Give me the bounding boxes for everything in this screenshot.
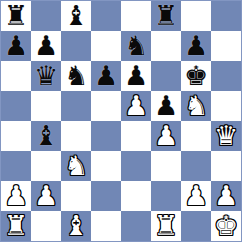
square-h3[interactable] — [211, 151, 241, 181]
square-b7[interactable]: ♟ — [31, 31, 61, 61]
white-pawn: ♟ — [214, 181, 238, 211]
black-pawn: ♟ — [34, 31, 58, 61]
square-d6[interactable]: ♟ — [91, 61, 121, 91]
white-pawn: ♟ — [34, 181, 58, 211]
square-b8[interactable] — [31, 1, 61, 31]
square-a3[interactable] — [1, 151, 31, 181]
white-king: ♚ — [214, 211, 238, 241]
white-pawn: ♟ — [154, 121, 178, 151]
square-e4[interactable] — [121, 121, 151, 151]
square-c1[interactable]: ♝ — [61, 211, 91, 241]
square-h2[interactable]: ♟ — [211, 181, 241, 211]
square-g3[interactable] — [181, 151, 211, 181]
square-d7[interactable] — [91, 31, 121, 61]
square-b5[interactable] — [31, 91, 61, 121]
square-e8[interactable] — [121, 1, 151, 31]
chess-board: ♜♝♜♟♟♞♟♛♞♟♟♚♟♟♞♝♟♛♞♟♟♟♟♜♝♜♚ — [0, 0, 242, 242]
white-queen: ♛ — [214, 121, 238, 151]
square-a6[interactable] — [1, 61, 31, 91]
square-h8[interactable] — [211, 1, 241, 31]
square-a8[interactable]: ♜ — [1, 1, 31, 31]
square-h4[interactable]: ♛ — [211, 121, 241, 151]
square-c2[interactable] — [61, 181, 91, 211]
black-bishop: ♝ — [64, 1, 88, 31]
square-d3[interactable] — [91, 151, 121, 181]
square-a5[interactable] — [1, 91, 31, 121]
square-h1[interactable]: ♚ — [211, 211, 241, 241]
square-a4[interactable] — [1, 121, 31, 151]
square-f8[interactable]: ♜ — [151, 1, 181, 31]
square-g8[interactable] — [181, 1, 211, 31]
square-c4[interactable] — [61, 121, 91, 151]
square-h7[interactable] — [211, 31, 241, 61]
square-e7[interactable]: ♞ — [121, 31, 151, 61]
square-a1[interactable]: ♜ — [1, 211, 31, 241]
square-g6[interactable]: ♚ — [181, 61, 211, 91]
square-f2[interactable] — [151, 181, 181, 211]
square-d8[interactable] — [91, 1, 121, 31]
square-b6[interactable]: ♛ — [31, 61, 61, 91]
square-c7[interactable] — [61, 31, 91, 61]
square-f3[interactable] — [151, 151, 181, 181]
square-h6[interactable] — [211, 61, 241, 91]
square-d2[interactable] — [91, 181, 121, 211]
square-e1[interactable] — [121, 211, 151, 241]
square-a7[interactable]: ♟ — [1, 31, 31, 61]
square-b4[interactable]: ♝ — [31, 121, 61, 151]
white-pawn: ♟ — [124, 91, 148, 121]
square-e5[interactable]: ♟ — [121, 91, 151, 121]
black-pawn: ♟ — [184, 31, 208, 61]
black-bishop: ♝ — [34, 121, 58, 151]
white-knight: ♞ — [184, 91, 208, 121]
square-g5[interactable]: ♞ — [181, 91, 211, 121]
white-knight: ♞ — [64, 151, 88, 181]
square-d5[interactable] — [91, 91, 121, 121]
square-e2[interactable] — [121, 181, 151, 211]
black-pawn: ♟ — [154, 91, 178, 121]
square-b3[interactable] — [31, 151, 61, 181]
black-knight: ♞ — [124, 31, 148, 61]
square-c6[interactable]: ♞ — [61, 61, 91, 91]
white-pawn: ♟ — [184, 181, 208, 211]
square-e3[interactable] — [121, 151, 151, 181]
square-c5[interactable] — [61, 91, 91, 121]
square-f7[interactable] — [151, 31, 181, 61]
square-c3[interactable]: ♞ — [61, 151, 91, 181]
white-rook: ♜ — [154, 211, 178, 241]
white-pawn: ♟ — [4, 181, 28, 211]
square-f5[interactable]: ♟ — [151, 91, 181, 121]
square-d4[interactable] — [91, 121, 121, 151]
black-rook: ♜ — [154, 1, 178, 31]
square-g4[interactable] — [181, 121, 211, 151]
square-f6[interactable] — [151, 61, 181, 91]
white-bishop: ♝ — [64, 211, 88, 241]
square-g1[interactable] — [181, 211, 211, 241]
square-a2[interactable]: ♟ — [1, 181, 31, 211]
square-h5[interactable] — [211, 91, 241, 121]
square-c8[interactable]: ♝ — [61, 1, 91, 31]
black-queen: ♛ — [34, 61, 58, 91]
square-b2[interactable]: ♟ — [31, 181, 61, 211]
white-rook: ♜ — [4, 211, 28, 241]
square-d1[interactable] — [91, 211, 121, 241]
black-rook: ♜ — [4, 1, 28, 31]
square-g7[interactable]: ♟ — [181, 31, 211, 61]
black-pawn: ♟ — [94, 61, 118, 91]
black-king: ♚ — [184, 61, 208, 91]
black-knight: ♞ — [64, 61, 88, 91]
square-b1[interactable] — [31, 211, 61, 241]
black-pawn: ♟ — [4, 31, 28, 61]
square-f1[interactable]: ♜ — [151, 211, 181, 241]
square-g2[interactable]: ♟ — [181, 181, 211, 211]
square-e6[interactable]: ♟ — [121, 61, 151, 91]
square-f4[interactable]: ♟ — [151, 121, 181, 151]
black-pawn: ♟ — [124, 61, 148, 91]
